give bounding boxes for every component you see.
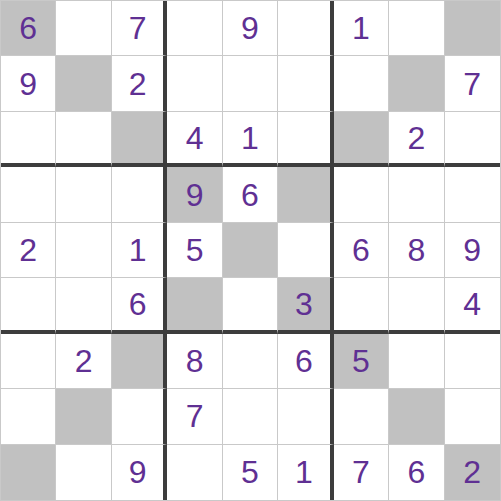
cell-r8c5[interactable] (223, 389, 278, 444)
cell-r9c2[interactable] (56, 445, 111, 500)
cell-r1c2[interactable] (56, 1, 111, 56)
cell-r6c3[interactable]: 6 (112, 278, 167, 333)
cell-r2c8[interactable] (389, 56, 444, 111)
cell-r2c5[interactable] (223, 56, 278, 111)
cell-r2c4[interactable] (167, 56, 222, 111)
cell-r6c4[interactable] (167, 278, 222, 333)
cell-r6c6[interactable]: 3 (278, 278, 333, 333)
cell-r9c9[interactable]: 2 (445, 445, 500, 500)
cell-r3c6[interactable] (278, 112, 333, 167)
cell-r1c4[interactable] (167, 1, 222, 56)
cell-r6c1[interactable] (1, 278, 56, 333)
cell-r8c9[interactable] (445, 389, 500, 444)
cell-r7c4[interactable]: 8 (167, 334, 222, 389)
cell-r2c2[interactable] (56, 56, 111, 111)
cell-r9c5[interactable]: 5 (223, 445, 278, 500)
cell-r5c1[interactable]: 2 (1, 223, 56, 278)
cell-r3c1[interactable] (1, 112, 56, 167)
cell-r6c9[interactable]: 4 (445, 278, 500, 333)
cell-r4c7[interactable] (334, 167, 389, 222)
cell-r5c9[interactable]: 9 (445, 223, 500, 278)
cell-r7c2[interactable]: 2 (56, 334, 111, 389)
cell-r5c8[interactable]: 8 (389, 223, 444, 278)
cell-r1c8[interactable] (389, 1, 444, 56)
cell-r8c3[interactable] (112, 389, 167, 444)
cell-r3c3[interactable] (112, 112, 167, 167)
cell-r3c7[interactable] (334, 112, 389, 167)
cell-r2c6[interactable] (278, 56, 333, 111)
cell-r5c6[interactable] (278, 223, 333, 278)
cell-r1c5[interactable]: 9 (223, 1, 278, 56)
cell-r2c1[interactable]: 9 (1, 56, 56, 111)
cell-r4c9[interactable] (445, 167, 500, 222)
cell-r9c7[interactable]: 7 (334, 445, 389, 500)
cell-r7c9[interactable] (445, 334, 500, 389)
cell-r2c7[interactable] (334, 56, 389, 111)
cell-r8c4[interactable]: 7 (167, 389, 222, 444)
cell-r1c3[interactable]: 7 (112, 1, 167, 56)
cell-r6c5[interactable] (223, 278, 278, 333)
cell-r6c8[interactable] (389, 278, 444, 333)
cell-r1c6[interactable] (278, 1, 333, 56)
cell-r8c6[interactable] (278, 389, 333, 444)
cell-r3c8[interactable]: 2 (389, 112, 444, 167)
cell-r9c3[interactable]: 9 (112, 445, 167, 500)
cell-r7c8[interactable] (389, 334, 444, 389)
cell-r4c2[interactable] (56, 167, 111, 222)
cell-r8c2[interactable] (56, 389, 111, 444)
cell-r4c6[interactable] (278, 167, 333, 222)
cell-r3c4[interactable]: 4 (167, 112, 222, 167)
cell-r5c3[interactable]: 1 (112, 223, 167, 278)
cell-r3c5[interactable]: 1 (223, 112, 278, 167)
cell-r5c2[interactable] (56, 223, 111, 278)
sudoku-board: 67919274129621568963428657951762 (0, 0, 501, 501)
cell-r8c1[interactable] (1, 389, 56, 444)
cell-r4c1[interactable] (1, 167, 56, 222)
cell-r8c8[interactable] (389, 389, 444, 444)
cell-r6c2[interactable] (56, 278, 111, 333)
cell-r5c4[interactable]: 5 (167, 223, 222, 278)
cell-r3c2[interactable] (56, 112, 111, 167)
cell-r1c1[interactable]: 6 (1, 1, 56, 56)
cell-r4c8[interactable] (389, 167, 444, 222)
cell-r7c1[interactable] (1, 334, 56, 389)
cell-r4c4[interactable]: 9 (167, 167, 222, 222)
cell-r6c7[interactable] (334, 278, 389, 333)
cell-r1c9[interactable] (445, 1, 500, 56)
cell-r4c5[interactable]: 6 (223, 167, 278, 222)
cell-r3c9[interactable] (445, 112, 500, 167)
cell-r1c7[interactable]: 1 (334, 1, 389, 56)
cell-r9c1[interactable] (1, 445, 56, 500)
cell-r9c4[interactable] (167, 445, 222, 500)
cell-r2c9[interactable]: 7 (445, 56, 500, 111)
cell-r9c6[interactable]: 1 (278, 445, 333, 500)
cell-r5c7[interactable]: 6 (334, 223, 389, 278)
cell-r7c7[interactable]: 5 (334, 334, 389, 389)
cell-r7c6[interactable]: 6 (278, 334, 333, 389)
cell-r8c7[interactable] (334, 389, 389, 444)
cell-r7c5[interactable] (223, 334, 278, 389)
cell-r7c3[interactable] (112, 334, 167, 389)
cell-r4c3[interactable] (112, 167, 167, 222)
cell-r2c3[interactable]: 2 (112, 56, 167, 111)
cell-r5c5[interactable] (223, 223, 278, 278)
cell-r9c8[interactable]: 6 (389, 445, 444, 500)
